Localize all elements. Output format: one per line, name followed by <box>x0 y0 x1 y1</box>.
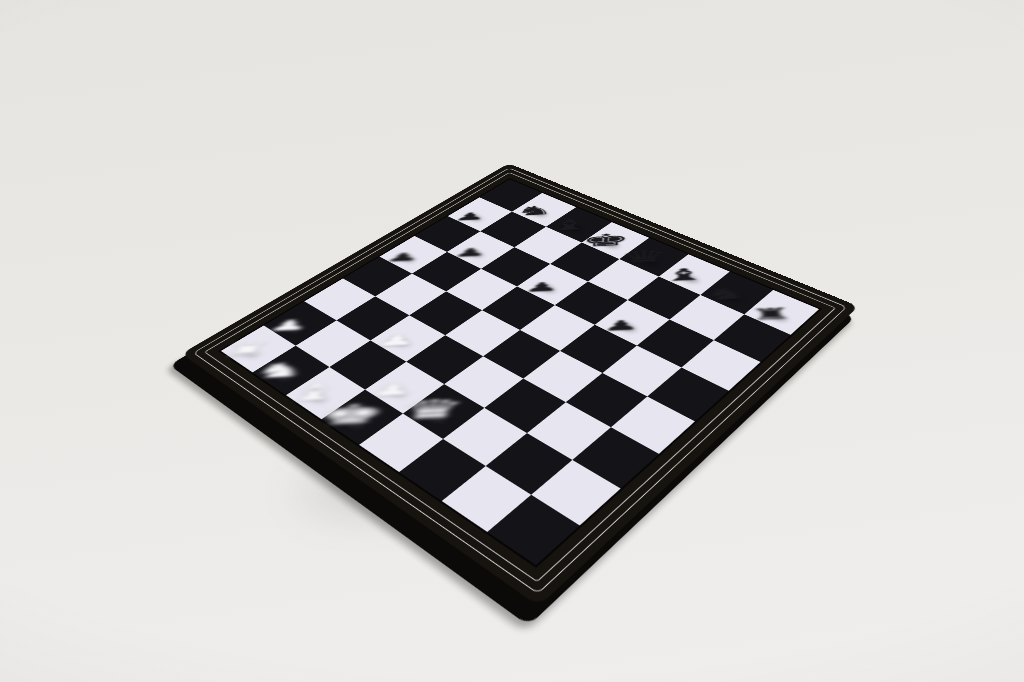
white-king: ♚ <box>314 399 387 429</box>
white-knight: ♞ <box>250 359 309 382</box>
photo-scene: ♞♝♚♛♝♞♜♟♟♟♟♟♟♟♟♛♜♞♝♚ <box>0 0 1024 682</box>
